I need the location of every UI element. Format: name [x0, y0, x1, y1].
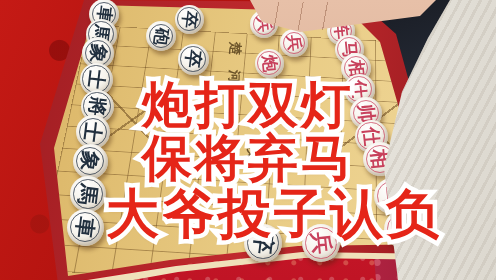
piece-red-兵[interactable]: 兵 — [280, 29, 308, 57]
river-label-char: 界 — [249, 190, 262, 203]
piece-glyph: 卒 — [180, 10, 199, 29]
finger-lines — [262, 2, 336, 30]
piece-glyph: 砲 — [152, 27, 171, 46]
piece-ring: 砲 — [149, 24, 174, 49]
piece-ring: 兵 — [283, 32, 306, 55]
piece-ring: 士 — [82, 65, 109, 92]
piece-ring: 卒 — [247, 227, 278, 258]
piece-ring: 士 — [79, 118, 107, 146]
piece-glyph: 象 — [79, 150, 101, 172]
piece-ring: 卒 — [180, 46, 205, 71]
piece-glyph: 卒 — [183, 49, 203, 69]
piece-glyph: 卒 — [251, 231, 276, 256]
piece-black-卒[interactable]: 卒 — [175, 5, 204, 34]
river-label-char: 汉 — [246, 146, 259, 159]
river-label-char: 河 — [228, 70, 241, 83]
piece-black-卒[interactable]: 卒 — [244, 224, 282, 262]
river-label-char: 楚 — [229, 42, 242, 55]
piece-ring: 馬 — [73, 179, 103, 209]
piece-glyph: 車 — [73, 215, 96, 238]
piece-black-馬[interactable]: 馬 — [70, 176, 106, 212]
piece-glyph: 仕 — [349, 79, 369, 99]
piece-black-象[interactable]: 象 — [73, 144, 108, 179]
piece-red-炮[interactable]: 炮 — [255, 49, 284, 78]
piece-ring: 車 — [70, 212, 100, 242]
piece-glyph: 炮 — [260, 54, 279, 73]
piece-ring: 兵 — [305, 227, 336, 258]
piece-ring: 象 — [76, 147, 105, 176]
piece-glyph: 士 — [85, 68, 106, 89]
piece-glyph: 馬 — [76, 182, 99, 205]
piece-black-卒[interactable]: 卒 — [178, 44, 209, 75]
piece-glyph: 士 — [82, 121, 104, 143]
piece-black-砲[interactable]: 砲 — [146, 21, 176, 51]
piece-glyph: 將 — [86, 95, 107, 116]
piece-black-車[interactable]: 車 — [67, 209, 104, 246]
photo-scene: 楚河汉界 車馬象士將士象馬車卒砲卒卒兵兵炮车马相仕帅仕相马炮兵 炮打双灯 炮打双… — [0, 0, 496, 280]
piece-glyph: 兵 — [285, 34, 303, 52]
piece-ring: 卒 — [177, 7, 201, 31]
piece-glyph: 象 — [87, 42, 108, 63]
piece-glyph: 兵 — [309, 231, 333, 255]
piece-red-兵[interactable]: 兵 — [302, 224, 340, 262]
piece-ring: 炮 — [257, 51, 281, 75]
